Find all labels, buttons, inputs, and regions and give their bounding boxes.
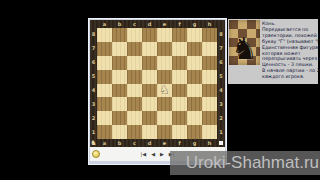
rank-label: 7	[90, 42, 97, 56]
rank-label: 6	[90, 56, 97, 70]
board-corner	[217, 20, 225, 28]
board-square-g4[interactable]	[187, 84, 202, 98]
board-square-a6[interactable]	[97, 56, 112, 70]
piece-description-line: букву "Г" (называют "Г").	[262, 39, 320, 45]
board-square-c8[interactable]	[127, 28, 142, 42]
board-square-h6[interactable]	[202, 56, 217, 70]
knight-photo: ♞	[229, 20, 260, 65]
board-square-f3[interactable]	[172, 97, 187, 111]
piece-description-line: каждого игрока.	[262, 74, 320, 80]
board-square-e1[interactable]	[157, 125, 172, 139]
board-square-c4[interactable]	[127, 84, 142, 98]
piece-description-line: Единственная фигура,	[262, 45, 320, 51]
rank-label: 2	[217, 111, 225, 125]
board-square-f1[interactable]	[172, 125, 187, 139]
file-label: a	[97, 20, 112, 28]
board-square-b6[interactable]	[112, 56, 127, 70]
chess-board[interactable]: abcdefgh887766554♘4332211♞abcdefgh	[90, 20, 225, 147]
previous-move-button[interactable]: ◀	[151, 151, 155, 157]
board-square-c5[interactable]	[127, 70, 142, 84]
board-square-c1[interactable]	[127, 125, 142, 139]
board-square-h1[interactable]	[202, 125, 217, 139]
board-square-d4[interactable]	[142, 84, 157, 98]
board-square-d8[interactable]	[142, 28, 157, 42]
board-square-a8[interactable]	[97, 28, 112, 42]
file-label: c	[127, 20, 142, 28]
watermark-text: Uroki-Shahmat.ru	[186, 151, 320, 175]
board-square-g2[interactable]	[187, 111, 202, 125]
board-square-h8[interactable]	[202, 28, 217, 42]
rank-label: 3	[217, 97, 225, 111]
rank-label: 8	[217, 28, 225, 42]
board-square-e5[interactable]	[157, 70, 172, 84]
board-logo-knight-icon: ♞	[90, 139, 97, 147]
white-knight[interactable]: ♘	[159, 84, 170, 96]
rank-label: 1	[90, 125, 97, 139]
board-square-h4[interactable]	[202, 84, 217, 98]
board-square-f5[interactable]	[172, 70, 187, 84]
rank-label: 1	[217, 125, 225, 139]
board-square-f7[interactable]	[172, 42, 187, 56]
rank-label: 7	[217, 42, 225, 56]
board-square-h5[interactable]	[202, 70, 217, 84]
board-square-g8[interactable]	[187, 28, 202, 42]
board-square-e7[interactable]	[157, 42, 172, 56]
board-square-b7[interactable]	[112, 42, 127, 56]
board-square-d1[interactable]	[142, 125, 157, 139]
piece-description: Конь.Передвигается потраектории, похожей…	[262, 20, 320, 83]
board-square-h2[interactable]	[202, 111, 217, 125]
board-square-c7[interactable]	[127, 42, 142, 56]
board-corner-marker	[217, 139, 225, 147]
file-label: a	[97, 139, 112, 147]
board-square-d3[interactable]	[142, 97, 157, 111]
file-label: c	[127, 139, 142, 147]
board-square-a5[interactable]	[97, 70, 112, 84]
board-square-h7[interactable]	[202, 42, 217, 56]
board-square-g1[interactable]	[187, 125, 202, 139]
file-label: f	[172, 20, 187, 28]
board-square-f2[interactable]	[172, 111, 187, 125]
chess-app-window: abcdefgh887766554♘4332211♞abcdefgh |◀◀▶▶…	[88, 18, 227, 165]
file-label: b	[112, 20, 127, 28]
board-square-f6[interactable]	[172, 56, 187, 70]
file-label: e	[157, 20, 172, 28]
file-label: d	[142, 20, 157, 28]
board-square-b3[interactable]	[112, 97, 127, 111]
board-square-b2[interactable]	[112, 111, 127, 125]
board-square-g5[interactable]	[187, 70, 202, 84]
board-square-c2[interactable]	[127, 111, 142, 125]
board-square-b5[interactable]	[112, 70, 127, 84]
board-square-d6[interactable]	[142, 56, 157, 70]
board-square-g3[interactable]	[187, 97, 202, 111]
board-square-h3[interactable]	[202, 97, 217, 111]
board-square-g7[interactable]	[187, 42, 202, 56]
board-square-e3[interactable]	[157, 97, 172, 111]
board-square-b8[interactable]	[112, 28, 127, 42]
rank-label: 6	[217, 56, 225, 70]
video-frame-background: abcdefgh887766554♘4332211♞abcdefgh |◀◀▶▶…	[0, 0, 320, 180]
rank-label: 5	[90, 70, 97, 84]
file-label: g	[187, 20, 202, 28]
smiley-icon	[92, 150, 100, 158]
file-label: h	[202, 139, 217, 147]
board-corner	[90, 20, 97, 28]
next-move-button[interactable]: ▶	[160, 151, 164, 157]
piece-description-line: траектории, похожей на	[262, 33, 320, 39]
watermark-bar: Uroki-Shahmat.ru	[170, 151, 320, 175]
board-square-c6[interactable]	[127, 56, 142, 70]
rank-label: 3	[90, 97, 97, 111]
board-square-e4[interactable]: ♘	[157, 84, 172, 98]
board-square-d5[interactable]	[142, 70, 157, 84]
file-label: f	[172, 139, 187, 147]
piece-info-panel: ♞ Конь.Передвигается потраектории, похож…	[228, 19, 318, 84]
board-square-b1[interactable]	[112, 125, 127, 139]
board-square-a7[interactable]	[97, 42, 112, 56]
board-square-e8[interactable]	[157, 28, 172, 42]
file-label: h	[202, 20, 217, 28]
board-square-d2[interactable]	[142, 111, 157, 125]
file-label: d	[142, 139, 157, 147]
board-square-g6[interactable]	[187, 56, 202, 70]
board-square-b4[interactable]	[112, 84, 127, 98]
board-square-a2[interactable]	[97, 111, 112, 125]
file-label: e	[157, 139, 172, 147]
black-knight-icon: ♞	[231, 33, 258, 65]
go-to-start-button[interactable]: |◀	[141, 151, 147, 157]
board-square-f8[interactable]	[172, 28, 187, 42]
board-square-f4[interactable]	[172, 84, 187, 98]
board-square-e6[interactable]	[157, 56, 172, 70]
board-square-a3[interactable]	[97, 97, 112, 111]
board-square-d7[interactable]	[142, 42, 157, 56]
file-label: b	[112, 139, 127, 147]
board-square-a1[interactable]	[97, 125, 112, 139]
rank-label: 4	[90, 84, 97, 98]
file-label: g	[187, 139, 202, 147]
rank-label: 8	[90, 28, 97, 42]
rank-label: 5	[217, 70, 225, 84]
rank-label: 2	[90, 111, 97, 125]
board-square-a4[interactable]	[97, 84, 112, 98]
board-square-e2[interactable]	[157, 111, 172, 125]
rank-label: 4	[217, 84, 225, 98]
board-square-c3[interactable]	[127, 97, 142, 111]
